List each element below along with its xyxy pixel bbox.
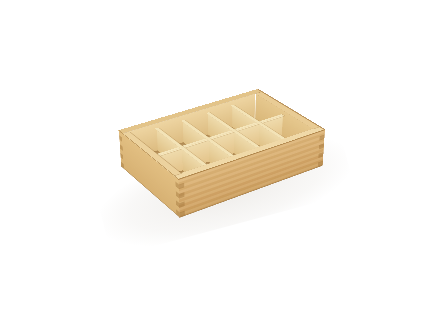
scene — [0, 0, 423, 318]
photo-canvas — [0, 0, 423, 318]
finger-joint-left-b — [118, 131, 123, 168]
